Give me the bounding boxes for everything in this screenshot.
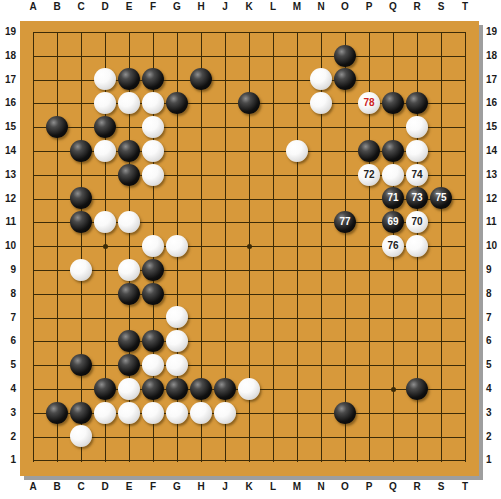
- stone-black-B15: [46, 116, 68, 138]
- stone-black-O11-move-77: 77: [334, 211, 356, 233]
- coord-top-C: C: [73, 1, 89, 13]
- stones-layer: 78727471737577697076: [21, 20, 477, 472]
- stone-black-E5: [118, 354, 140, 376]
- stone-white-J3: [214, 402, 236, 424]
- stone-black-D4: [94, 378, 116, 400]
- stone-black-Q14: [382, 140, 404, 162]
- stone-white-F10: [142, 235, 164, 257]
- stone-white-E9: [118, 259, 140, 281]
- coord-right-6: 6: [486, 335, 501, 347]
- stone-white-N16: [310, 92, 332, 114]
- stone-black-G4: [166, 378, 188, 400]
- coord-top-R: R: [409, 1, 425, 13]
- stone-black-E13: [118, 164, 140, 186]
- stone-black-O18: [334, 45, 356, 67]
- stone-white-Q13: [382, 164, 404, 186]
- coord-top-K: K: [241, 1, 257, 13]
- stone-white-G10: [166, 235, 188, 257]
- stone-black-Q16: [382, 92, 404, 114]
- coord-right-18: 18: [486, 50, 501, 62]
- coord-left-9: 9: [1, 264, 16, 276]
- coord-right-15: 15: [486, 121, 501, 133]
- coord-bottom-L: L: [265, 481, 281, 493]
- coord-top-G: G: [169, 1, 185, 13]
- stone-white-E3: [118, 402, 140, 424]
- stone-black-F4: [142, 378, 164, 400]
- coord-bottom-J: J: [217, 481, 233, 493]
- coord-left-17: 17: [1, 74, 16, 86]
- stone-black-B3: [46, 402, 68, 424]
- stone-white-F3: [142, 402, 164, 424]
- stone-black-E8: [118, 283, 140, 305]
- stone-white-E4: [118, 378, 140, 400]
- coord-right-5: 5: [486, 359, 501, 371]
- coord-bottom-P: P: [361, 481, 377, 493]
- stone-white-E11: [118, 211, 140, 233]
- coord-bottom-T: T: [457, 481, 473, 493]
- coord-top-E: E: [121, 1, 137, 13]
- coord-right-17: 17: [486, 74, 501, 86]
- coord-left-5: 5: [1, 359, 16, 371]
- stone-white-G3: [166, 402, 188, 424]
- stone-white-N17: [310, 68, 332, 90]
- stone-white-P13-move-72: 72: [358, 164, 380, 186]
- stone-white-R15: [406, 116, 428, 138]
- stone-black-E6: [118, 330, 140, 352]
- stone-white-P16-move-78: 78: [358, 92, 380, 114]
- coord-left-1: 1: [1, 454, 16, 466]
- stone-black-Q12-move-71: 71: [382, 187, 404, 209]
- coord-top-Q: Q: [385, 1, 401, 13]
- stone-black-R12-move-73: 73: [406, 187, 428, 209]
- stone-white-E16: [118, 92, 140, 114]
- stone-white-F14: [142, 140, 164, 162]
- stone-black-O17: [334, 68, 356, 90]
- coord-right-14: 14: [486, 145, 501, 157]
- coord-right-11: 11: [486, 216, 501, 228]
- stone-black-C11: [70, 211, 92, 233]
- coord-top-S: S: [433, 1, 449, 13]
- stone-black-F9: [142, 259, 164, 281]
- stone-white-D11: [94, 211, 116, 233]
- stone-white-C2: [70, 425, 92, 447]
- coord-left-11: 11: [1, 216, 16, 228]
- stone-white-F5: [142, 354, 164, 376]
- coord-top-J: J: [217, 1, 233, 13]
- coord-left-15: 15: [1, 121, 16, 133]
- coord-bottom-A: A: [25, 481, 41, 493]
- coord-bottom-H: H: [193, 481, 209, 493]
- coord-top-D: D: [97, 1, 113, 13]
- stone-black-K16: [238, 92, 260, 114]
- stone-black-H17: [190, 68, 212, 90]
- stone-black-P14: [358, 140, 380, 162]
- coord-right-1: 1: [486, 454, 501, 466]
- coord-top-B: B: [49, 1, 65, 13]
- coord-right-13: 13: [486, 169, 501, 181]
- coord-left-3: 3: [1, 407, 16, 419]
- go-game-diagram: 78727471737577697076 AABBCCDDEEFFGGHHJJK…: [0, 0, 501, 499]
- stone-white-R14: [406, 140, 428, 162]
- coord-right-7: 7: [486, 312, 501, 324]
- coord-bottom-C: C: [73, 481, 89, 493]
- coord-left-13: 13: [1, 169, 16, 181]
- coord-top-T: T: [457, 1, 473, 13]
- coord-left-4: 4: [1, 383, 16, 395]
- stone-white-C9: [70, 259, 92, 281]
- coord-left-16: 16: [1, 97, 16, 109]
- stone-white-M14: [286, 140, 308, 162]
- coord-right-10: 10: [486, 240, 501, 252]
- stone-black-C14: [70, 140, 92, 162]
- stone-white-D17: [94, 68, 116, 90]
- stone-black-H4: [190, 378, 212, 400]
- coord-bottom-G: G: [169, 481, 185, 493]
- coord-right-2: 2: [486, 431, 501, 443]
- stone-white-F13: [142, 164, 164, 186]
- coord-top-L: L: [265, 1, 281, 13]
- stone-white-D14: [94, 140, 116, 162]
- coord-bottom-O: O: [337, 481, 353, 493]
- coord-right-9: 9: [486, 264, 501, 276]
- stone-white-D16: [94, 92, 116, 114]
- stone-black-Q11-move-69: 69: [382, 211, 404, 233]
- coord-top-H: H: [193, 1, 209, 13]
- stone-black-G16: [166, 92, 188, 114]
- stone-black-F17: [142, 68, 164, 90]
- coord-left-12: 12: [1, 193, 16, 205]
- coord-right-8: 8: [486, 288, 501, 300]
- coord-bottom-F: F: [145, 481, 161, 493]
- stone-white-Q10-move-76: 76: [382, 235, 404, 257]
- coord-bottom-R: R: [409, 481, 425, 493]
- stone-white-H3: [190, 402, 212, 424]
- stone-black-R16: [406, 92, 428, 114]
- coord-bottom-E: E: [121, 481, 137, 493]
- coord-top-F: F: [145, 1, 161, 13]
- coord-bottom-S: S: [433, 481, 449, 493]
- coord-bottom-K: K: [241, 481, 257, 493]
- stone-white-F16: [142, 92, 164, 114]
- stone-black-F6: [142, 330, 164, 352]
- stone-white-R13-move-74: 74: [406, 164, 428, 186]
- coord-top-N: N: [313, 1, 329, 13]
- coord-top-O: O: [337, 1, 353, 13]
- coord-right-19: 19: [486, 26, 501, 38]
- go-board[interactable]: 78727471737577697076: [20, 21, 479, 476]
- coord-top-A: A: [25, 1, 41, 13]
- coord-left-19: 19: [1, 26, 16, 38]
- stone-white-D3: [94, 402, 116, 424]
- coord-bottom-D: D: [97, 481, 113, 493]
- coord-left-10: 10: [1, 240, 16, 252]
- stone-black-O3: [334, 402, 356, 424]
- coord-right-16: 16: [486, 97, 501, 109]
- coord-right-12: 12: [486, 193, 501, 205]
- coord-left-2: 2: [1, 431, 16, 443]
- coord-left-6: 6: [1, 335, 16, 347]
- coord-left-14: 14: [1, 145, 16, 157]
- stone-black-C5: [70, 354, 92, 376]
- stone-black-E17: [118, 68, 140, 90]
- coord-top-M: M: [289, 1, 305, 13]
- stone-black-D15: [94, 116, 116, 138]
- coord-bottom-Q: Q: [385, 481, 401, 493]
- stone-white-K4: [238, 378, 260, 400]
- stone-white-G7: [166, 306, 188, 328]
- coord-left-7: 7: [1, 312, 16, 324]
- stone-white-G6: [166, 330, 188, 352]
- stone-white-R11-move-70: 70: [406, 211, 428, 233]
- stone-black-J4: [214, 378, 236, 400]
- coord-bottom-B: B: [49, 481, 65, 493]
- stone-white-R10: [406, 235, 428, 257]
- coord-right-3: 3: [486, 407, 501, 419]
- stone-white-G5: [166, 354, 188, 376]
- stone-black-C12: [70, 187, 92, 209]
- coord-bottom-N: N: [313, 481, 329, 493]
- stone-black-E14: [118, 140, 140, 162]
- coord-left-18: 18: [1, 50, 16, 62]
- coord-left-8: 8: [1, 288, 16, 300]
- coord-bottom-M: M: [289, 481, 305, 493]
- stone-black-C3: [70, 402, 92, 424]
- coord-right-4: 4: [486, 383, 501, 395]
- stone-black-F8: [142, 283, 164, 305]
- stone-black-S12-move-75: 75: [430, 187, 452, 209]
- stone-white-F15: [142, 116, 164, 138]
- coord-top-P: P: [361, 1, 377, 13]
- stone-black-R4: [406, 378, 428, 400]
